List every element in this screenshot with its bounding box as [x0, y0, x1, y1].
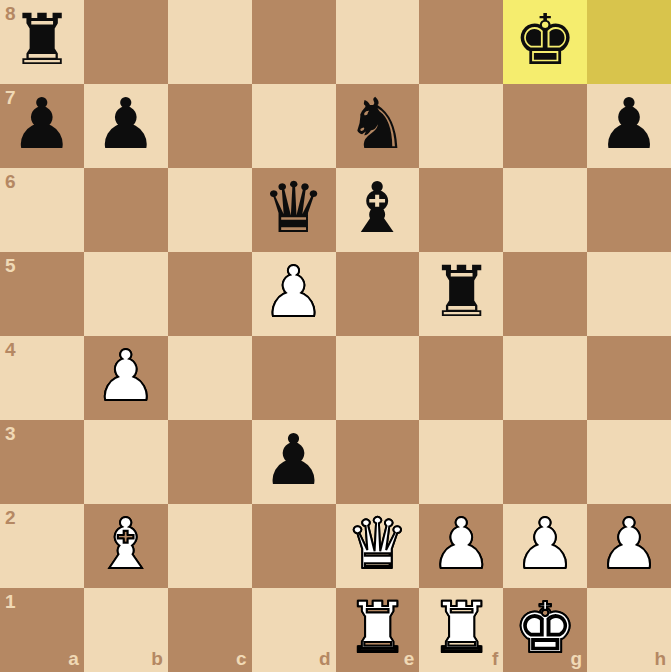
piece-black-rook-a8[interactable]: ♜ [11, 0, 74, 82]
piece-white-pawn-h2[interactable]: ♟ [598, 504, 661, 586]
square-b2[interactable]: ♝ [84, 504, 168, 588]
square-g5[interactable] [503, 252, 587, 336]
piece-black-pawn-d3[interactable]: ♟ [262, 420, 325, 502]
piece-white-queen-e2[interactable]: ♛ [346, 504, 409, 586]
square-b5[interactable] [84, 252, 168, 336]
piece-black-knight-e7[interactable]: ♞ [346, 84, 409, 166]
piece-white-pawn-d5[interactable]: ♟ [262, 252, 325, 334]
square-d4[interactable] [252, 336, 336, 420]
square-f1[interactable]: f♜ [419, 588, 503, 672]
file-label-f: f [492, 649, 498, 668]
square-a7[interactable]: 7♟ [0, 84, 84, 168]
square-e2[interactable]: ♛ [336, 504, 420, 588]
rank-label-2: 2 [5, 508, 16, 527]
piece-white-pawn-f2[interactable]: ♟ [430, 504, 493, 586]
square-b3[interactable] [84, 420, 168, 504]
square-c7[interactable] [168, 84, 252, 168]
square-e3[interactable] [336, 420, 420, 504]
square-h4[interactable] [587, 336, 671, 420]
square-b8[interactable] [84, 0, 168, 84]
square-a3[interactable]: 3 [0, 420, 84, 504]
square-h8[interactable] [587, 0, 671, 84]
square-c8[interactable] [168, 0, 252, 84]
square-d8[interactable] [252, 0, 336, 84]
rank-label-6: 6 [5, 172, 16, 191]
square-g1[interactable]: g♚ [503, 588, 587, 672]
square-f7[interactable] [419, 84, 503, 168]
square-e6[interactable]: ♝ [336, 168, 420, 252]
square-b1[interactable]: b [84, 588, 168, 672]
square-e7[interactable]: ♞ [336, 84, 420, 168]
square-d6[interactable]: ♛ [252, 168, 336, 252]
square-g7[interactable] [503, 84, 587, 168]
piece-white-rook-f1[interactable]: ♜ [430, 588, 493, 670]
rank-label-1: 1 [5, 592, 16, 611]
square-h3[interactable] [587, 420, 671, 504]
file-label-d: d [319, 649, 331, 668]
chess-board: 8♜♚7♟♟♞♟6♛♝5♟♜4♟3♟2♝♛♟♟♟1abcde♜f♜g♚h [0, 0, 671, 672]
square-a8[interactable]: 8♜ [0, 0, 84, 84]
file-label-h: h [654, 649, 666, 668]
square-c4[interactable] [168, 336, 252, 420]
square-d3[interactable]: ♟ [252, 420, 336, 504]
square-e5[interactable] [336, 252, 420, 336]
rank-label-4: 4 [5, 340, 16, 359]
square-c6[interactable] [168, 168, 252, 252]
square-c1[interactable]: c [168, 588, 252, 672]
piece-black-pawn-a7[interactable]: ♟ [11, 84, 74, 166]
square-g8[interactable]: ♚ [503, 0, 587, 84]
square-d5[interactable]: ♟ [252, 252, 336, 336]
square-a1[interactable]: 1a [0, 588, 84, 672]
piece-black-pawn-b7[interactable]: ♟ [94, 84, 157, 166]
square-a2[interactable]: 2 [0, 504, 84, 588]
square-c2[interactable] [168, 504, 252, 588]
piece-black-rook-f5[interactable]: ♜ [430, 252, 493, 334]
square-f4[interactable] [419, 336, 503, 420]
piece-white-pawn-b4[interactable]: ♟ [94, 336, 157, 418]
square-a4[interactable]: 4 [0, 336, 84, 420]
square-g6[interactable] [503, 168, 587, 252]
square-f2[interactable]: ♟ [419, 504, 503, 588]
square-d2[interactable] [252, 504, 336, 588]
square-c5[interactable] [168, 252, 252, 336]
square-a6[interactable]: 6 [0, 168, 84, 252]
piece-white-pawn-g2[interactable]: ♟ [514, 504, 577, 586]
square-b7[interactable]: ♟ [84, 84, 168, 168]
square-h7[interactable]: ♟ [587, 84, 671, 168]
square-f5[interactable]: ♜ [419, 252, 503, 336]
rank-label-5: 5 [5, 256, 16, 275]
square-f6[interactable] [419, 168, 503, 252]
square-e1[interactable]: e♜ [336, 588, 420, 672]
square-f8[interactable] [419, 0, 503, 84]
square-g2[interactable]: ♟ [503, 504, 587, 588]
square-f3[interactable] [419, 420, 503, 504]
piece-black-king-g8[interactable]: ♚ [514, 0, 577, 82]
square-h5[interactable] [587, 252, 671, 336]
rank-label-3: 3 [5, 424, 16, 443]
file-label-c: c [236, 649, 247, 668]
square-h2[interactable]: ♟ [587, 504, 671, 588]
square-c3[interactable] [168, 420, 252, 504]
file-label-b: b [151, 649, 163, 668]
piece-white-bishop-b2[interactable]: ♝ [94, 504, 157, 586]
chess-board-container: 8♜♚7♟♟♞♟6♛♝5♟♜4♟3♟2♝♛♟♟♟1abcde♜f♜g♚h [0, 0, 671, 672]
file-label-a: a [68, 649, 79, 668]
square-e8[interactable] [336, 0, 420, 84]
square-h1[interactable]: h [587, 588, 671, 672]
square-g3[interactable] [503, 420, 587, 504]
square-a5[interactable]: 5 [0, 252, 84, 336]
piece-white-king-g1[interactable]: ♚ [514, 588, 577, 670]
square-e4[interactable] [336, 336, 420, 420]
square-b4[interactable]: ♟ [84, 336, 168, 420]
piece-white-rook-e1[interactable]: ♜ [346, 588, 409, 670]
square-d7[interactable] [252, 84, 336, 168]
square-d1[interactable]: d [252, 588, 336, 672]
square-b6[interactable] [84, 168, 168, 252]
piece-black-bishop-e6[interactable]: ♝ [346, 168, 409, 250]
square-h6[interactable] [587, 168, 671, 252]
piece-black-pawn-h7[interactable]: ♟ [598, 84, 661, 166]
square-g4[interactable] [503, 336, 587, 420]
piece-black-queen-d6[interactable]: ♛ [262, 168, 325, 250]
